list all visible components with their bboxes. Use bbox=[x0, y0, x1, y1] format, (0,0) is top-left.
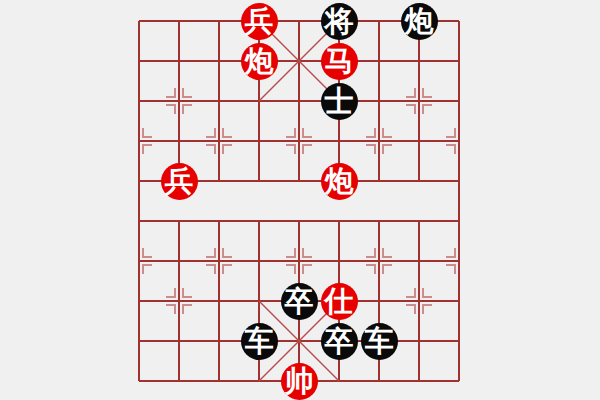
piece-black-advisor[interactable]: 士 bbox=[321, 83, 358, 120]
piece-black-cannon[interactable]: 炮 bbox=[401, 3, 438, 40]
xiangqi-board-screenshot: 兵将炮炮马士兵炮卒仕车卒车帅 bbox=[0, 0, 600, 400]
piece-red-horse[interactable]: 马 bbox=[321, 43, 358, 80]
piece-red-soldier[interactable]: 兵 bbox=[161, 163, 198, 200]
piece-red-soldier[interactable]: 兵 bbox=[241, 3, 278, 40]
xiangqi-board[interactable]: 兵将炮炮马士兵炮卒仕车卒车帅 bbox=[119, 1, 479, 400]
piece-red-advisor[interactable]: 仕 bbox=[321, 283, 358, 320]
piece-black-general[interactable]: 将 bbox=[321, 3, 358, 40]
piece-black-chariot[interactable]: 车 bbox=[361, 323, 398, 360]
piece-red-cannon[interactable]: 炮 bbox=[321, 163, 358, 200]
piece-black-soldier[interactable]: 卒 bbox=[281, 283, 318, 320]
piece-red-cannon[interactable]: 炮 bbox=[241, 43, 278, 80]
piece-black-chariot[interactable]: 车 bbox=[241, 323, 278, 360]
piece-red-general[interactable]: 帅 bbox=[281, 363, 318, 400]
piece-black-soldier[interactable]: 卒 bbox=[321, 323, 358, 360]
